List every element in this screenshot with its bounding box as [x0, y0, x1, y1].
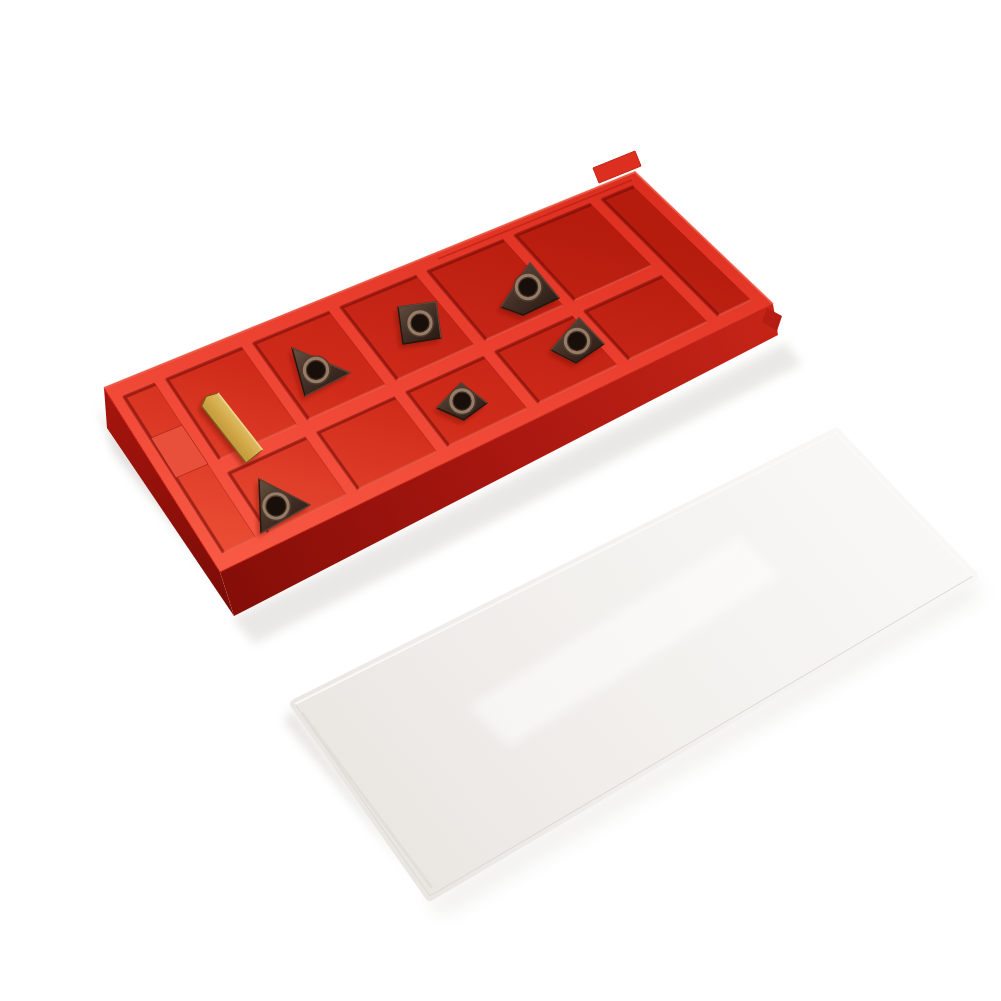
hole-bore	[519, 278, 537, 296]
square-insert	[395, 302, 441, 348]
hole-bore	[454, 393, 471, 410]
product-photo	[40, 16, 1001, 1001]
scene-canvas	[40, 16, 1001, 1001]
hole-bore	[568, 332, 586, 350]
hole-bore	[307, 361, 325, 379]
hole-bore	[412, 315, 429, 332]
hole-bore	[267, 497, 286, 516]
